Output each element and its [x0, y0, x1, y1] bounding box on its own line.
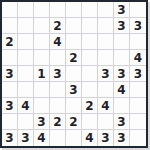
clue-cell: 3: [2, 98, 18, 114]
empty-cell[interactable]: [34, 50, 50, 66]
empty-cell[interactable]: [82, 66, 98, 82]
empty-cell[interactable]: [2, 50, 18, 66]
clue-cell: 4: [50, 34, 66, 50]
clue-cell: 2: [66, 114, 82, 130]
clue-cell: 3: [2, 66, 18, 82]
puzzle-board: 323324243133333434243223334433: [0, 0, 148, 148]
empty-cell[interactable]: [66, 98, 82, 114]
empty-cell[interactable]: [18, 114, 34, 130]
empty-cell[interactable]: [50, 98, 66, 114]
empty-cell[interactable]: [98, 114, 114, 130]
clue-cell: 2: [66, 50, 82, 66]
empty-cell[interactable]: [130, 34, 146, 50]
clue-cell: 4: [34, 130, 50, 146]
clue-cell: 2: [50, 18, 66, 34]
clue-cell: 2: [2, 34, 18, 50]
empty-cell[interactable]: [98, 34, 114, 50]
empty-cell[interactable]: [98, 82, 114, 98]
clue-cell: 3: [114, 114, 130, 130]
clue-cell: 3: [114, 66, 130, 82]
empty-cell[interactable]: [130, 114, 146, 130]
clue-cell: 4: [98, 98, 114, 114]
empty-cell[interactable]: [50, 82, 66, 98]
empty-cell[interactable]: [18, 2, 34, 18]
empty-cell[interactable]: [98, 50, 114, 66]
empty-cell[interactable]: [34, 2, 50, 18]
empty-cell[interactable]: [66, 18, 82, 34]
empty-cell[interactable]: [34, 98, 50, 114]
empty-cell[interactable]: [98, 2, 114, 18]
empty-cell[interactable]: [50, 130, 66, 146]
empty-cell[interactable]: [82, 114, 98, 130]
empty-cell[interactable]: [82, 50, 98, 66]
empty-cell[interactable]: [50, 2, 66, 18]
empty-cell[interactable]: [66, 2, 82, 18]
empty-cell[interactable]: [98, 18, 114, 34]
empty-cell[interactable]: [82, 18, 98, 34]
clue-cell: 3: [114, 130, 130, 146]
clue-cell: 4: [130, 50, 146, 66]
clue-cell: 4: [82, 130, 98, 146]
clue-cell: 3: [114, 18, 130, 34]
empty-cell[interactable]: [82, 34, 98, 50]
empty-cell[interactable]: [2, 2, 18, 18]
empty-cell[interactable]: [2, 82, 18, 98]
empty-cell[interactable]: [18, 66, 34, 82]
clue-cell: 1: [34, 66, 50, 82]
empty-cell[interactable]: [82, 2, 98, 18]
empty-cell[interactable]: [114, 34, 130, 50]
empty-cell[interactable]: [18, 18, 34, 34]
clue-cell: 3: [50, 66, 66, 82]
clue-cell: 3: [130, 66, 146, 82]
empty-cell[interactable]: [66, 130, 82, 146]
clue-cell: 3: [98, 66, 114, 82]
empty-cell[interactable]: [130, 82, 146, 98]
clue-cell: 2: [50, 114, 66, 130]
clue-cell: 3: [98, 130, 114, 146]
clue-cell: 3: [18, 130, 34, 146]
empty-cell[interactable]: [114, 50, 130, 66]
clue-cell: 4: [114, 82, 130, 98]
empty-cell[interactable]: [34, 18, 50, 34]
empty-cell[interactable]: [114, 98, 130, 114]
empty-cell[interactable]: [50, 50, 66, 66]
empty-cell[interactable]: [130, 130, 146, 146]
clue-cell: 3: [66, 82, 82, 98]
empty-cell[interactable]: [82, 82, 98, 98]
empty-cell[interactable]: [66, 66, 82, 82]
empty-cell[interactable]: [34, 34, 50, 50]
empty-cell[interactable]: [18, 82, 34, 98]
empty-cell[interactable]: [2, 18, 18, 34]
clue-cell: 3: [2, 130, 18, 146]
empty-cell[interactable]: [18, 34, 34, 50]
empty-cell[interactable]: [130, 2, 146, 18]
clue-cell: 3: [130, 18, 146, 34]
empty-cell[interactable]: [34, 82, 50, 98]
clue-cell: 2: [82, 98, 98, 114]
clue-cell: 3: [114, 2, 130, 18]
clue-cell: 4: [18, 98, 34, 114]
empty-cell[interactable]: [18, 50, 34, 66]
empty-cell[interactable]: [2, 114, 18, 130]
clue-cell: 3: [34, 114, 50, 130]
empty-cell[interactable]: [130, 98, 146, 114]
empty-cell[interactable]: [66, 34, 82, 50]
